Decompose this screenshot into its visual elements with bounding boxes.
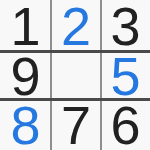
sudoku-cell-r2c0[interactable]: 8: [0, 100, 51, 150]
sudoku-cell-r1c1[interactable]: [51, 52, 101, 100]
sudoku-cell-r1c2[interactable]: 5: [101, 52, 150, 100]
sudoku-cells: 1 2 3 9 5 8 7 6: [0, 0, 150, 150]
sudoku-cell-r0c0[interactable]: 1: [0, 0, 51, 52]
sudoku-cell-r2c2[interactable]: 6: [101, 100, 150, 150]
sudoku-cell-r0c2[interactable]: 3: [101, 0, 150, 52]
sudoku-board: 1 2 3 9 5 8 7 6: [0, 0, 150, 150]
sudoku-cell-r0c1[interactable]: 2: [51, 0, 101, 52]
sudoku-cell-r1c0[interactable]: 9: [0, 52, 51, 100]
sudoku-cell-r2c1[interactable]: 7: [51, 100, 101, 150]
